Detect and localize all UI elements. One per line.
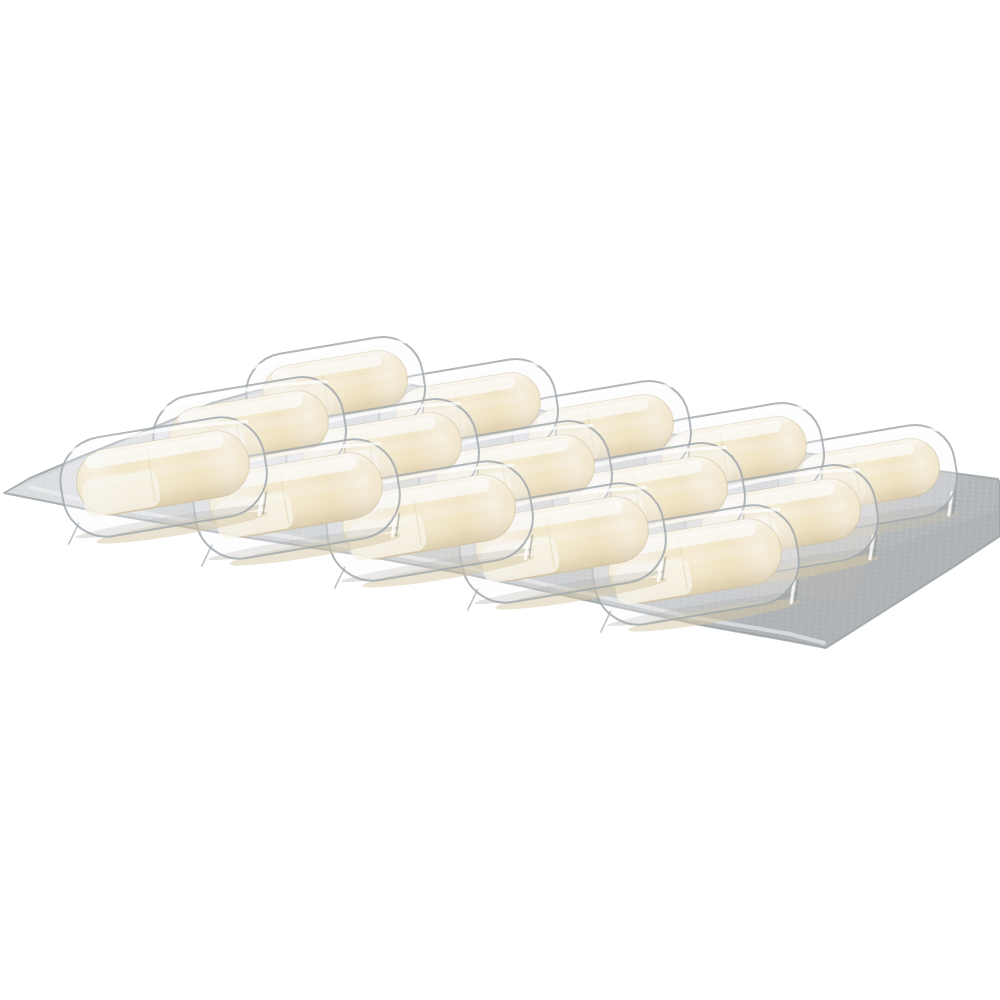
product-photo — [0, 0, 1000, 1000]
blister-pack-photo — [0, 0, 1000, 1000]
